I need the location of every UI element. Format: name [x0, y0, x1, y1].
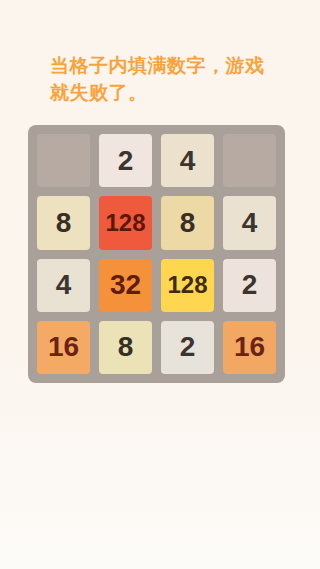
instruction-text: 当格子内填满数字，游戏 就失败了。	[50, 52, 290, 106]
empty-cell	[37, 134, 90, 187]
tile-32: 32	[99, 259, 152, 312]
empty-cell	[223, 134, 276, 187]
tile-16: 16	[223, 321, 276, 374]
instruction-line2: 就失败了。	[50, 82, 148, 103]
tile-8: 8	[37, 196, 90, 249]
tile-16: 16	[37, 321, 90, 374]
instruction-line1: 当格子内填满数字，游戏	[50, 55, 265, 76]
tile-128: 128	[99, 196, 152, 249]
tile-8: 8	[161, 196, 214, 249]
board[interactable]: 248128844321282168216	[28, 125, 285, 383]
tile-4: 4	[223, 196, 276, 249]
tile-4: 4	[37, 259, 90, 312]
tile-2: 2	[99, 134, 152, 187]
tile-8: 8	[99, 321, 152, 374]
tile-4: 4	[161, 134, 214, 187]
tile-2: 2	[161, 321, 214, 374]
ad-banner[interactable]: 52 游玩社区 52GAMERS.COM 开始	[0, 470, 320, 569]
tile-128: 128	[161, 259, 214, 312]
tile-2: 2	[223, 259, 276, 312]
